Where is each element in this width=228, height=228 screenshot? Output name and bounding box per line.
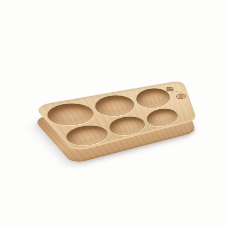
photo-background — [0, 0, 228, 228]
oval-seal-mark-icon — [176, 94, 186, 100]
square-crest-mark-icon — [167, 87, 174, 91]
